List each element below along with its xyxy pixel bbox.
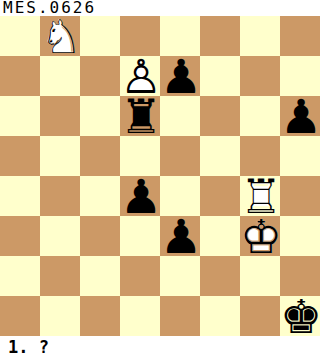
square-a7[interactable] [0,56,40,96]
square-a1[interactable] [0,296,40,336]
square-d7[interactable]: ♟♙ [120,56,160,96]
square-d1[interactable] [120,296,160,336]
square-e6[interactable] [160,96,200,136]
square-f4[interactable] [200,176,240,216]
square-a3[interactable] [0,216,40,256]
piece-white-rook: ♖ [240,176,280,216]
square-e4[interactable] [160,176,200,216]
square-a5[interactable] [0,136,40,176]
piece-white-king: ♔ [240,216,280,256]
square-g4[interactable]: ♜♖ [240,176,280,216]
square-d2[interactable] [120,256,160,296]
piece-black-king: ♚ [280,296,320,336]
square-g8[interactable] [240,16,280,56]
square-e1[interactable] [160,296,200,336]
square-d6[interactable]: ♜ [120,96,160,136]
square-e5[interactable] [160,136,200,176]
square-b5[interactable] [40,136,80,176]
square-b1[interactable] [40,296,80,336]
square-c1[interactable] [80,296,120,336]
square-g3[interactable]: ♚♔ [240,216,280,256]
piece-white-knight: ♘ [40,16,80,56]
square-a6[interactable] [0,96,40,136]
square-g5[interactable] [240,136,280,176]
piece-fill-layer: ♜ [240,176,280,216]
piece-black-pawn: ♟ [160,56,200,96]
square-d5[interactable] [120,136,160,176]
square-c4[interactable] [80,176,120,216]
square-h7[interactable] [280,56,320,96]
square-f1[interactable] [200,296,240,336]
square-a4[interactable] [0,176,40,216]
piece-white-pawn: ♙ [120,56,160,96]
square-c8[interactable] [80,16,120,56]
square-e7[interactable]: ♟ [160,56,200,96]
square-c5[interactable] [80,136,120,176]
puzzle-id: MES.0626 [0,0,320,16]
square-h6[interactable]: ♟ [280,96,320,136]
square-g1[interactable] [240,296,280,336]
square-f5[interactable] [200,136,240,176]
square-b6[interactable] [40,96,80,136]
piece-black-pawn: ♟ [120,176,160,216]
square-f6[interactable] [200,96,240,136]
square-c7[interactable] [80,56,120,96]
square-g6[interactable] [240,96,280,136]
square-f2[interactable] [200,256,240,296]
square-e2[interactable] [160,256,200,296]
square-h3[interactable] [280,216,320,256]
square-h1[interactable]: ♚ [280,296,320,336]
piece-fill-layer: ♟ [120,56,160,96]
square-f3[interactable] [200,216,240,256]
piece-fill-layer: ♚ [240,216,280,256]
square-h5[interactable] [280,136,320,176]
square-f8[interactable] [200,16,240,56]
square-d4[interactable]: ♟ [120,176,160,216]
square-b7[interactable] [40,56,80,96]
square-g7[interactable] [240,56,280,96]
square-b3[interactable] [40,216,80,256]
square-b4[interactable] [40,176,80,216]
piece-black-pawn: ♟ [280,96,320,136]
square-b8[interactable]: ♞♘ [40,16,80,56]
square-b2[interactable] [40,256,80,296]
square-c6[interactable] [80,96,120,136]
square-c2[interactable] [80,256,120,296]
square-e8[interactable] [160,16,200,56]
piece-black-rook: ♜ [120,96,160,136]
square-h4[interactable] [280,176,320,216]
square-g2[interactable] [240,256,280,296]
square-h2[interactable] [280,256,320,296]
square-a2[interactable] [0,256,40,296]
square-d3[interactable] [120,216,160,256]
square-f7[interactable] [200,56,240,96]
piece-black-pawn: ♟ [160,216,200,256]
chess-puzzle-app: MES.0626 ♞♘♟♙♟♜♟♟♜♖♟♚♔♚ 1. ? [0,0,320,360]
piece-fill-layer: ♞ [40,16,80,56]
square-a8[interactable] [0,16,40,56]
square-e3[interactable]: ♟ [160,216,200,256]
square-h8[interactable] [280,16,320,56]
chess-board: ♞♘♟♙♟♜♟♟♜♖♟♚♔♚ [0,16,320,336]
square-d8[interactable] [120,16,160,56]
move-prompt: 1. ? [0,336,320,360]
square-c3[interactable] [80,216,120,256]
